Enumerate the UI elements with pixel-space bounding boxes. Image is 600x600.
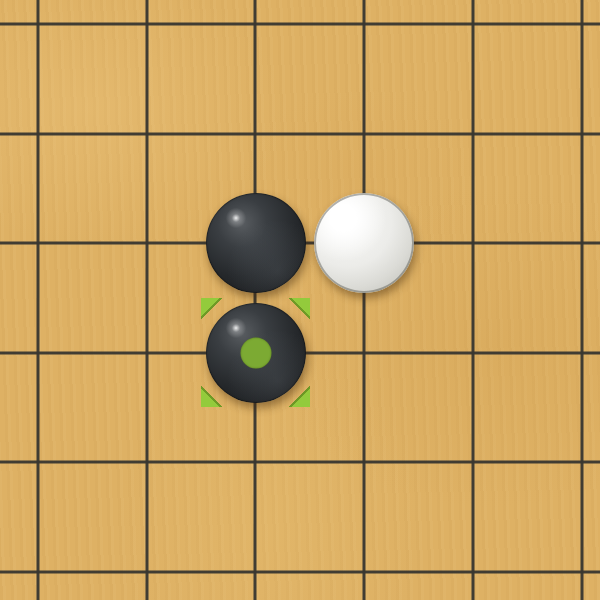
intersection[interactable] [419, 298, 528, 408]
intersection[interactable] [0, 407, 92, 517]
intersection[interactable] [201, 298, 310, 408]
intersection[interactable] [310, 0, 419, 79]
intersection[interactable] [527, 517, 600, 600]
go-board[interactable] [0, 0, 600, 600]
intersection[interactable] [201, 188, 310, 298]
white-stone [314, 193, 414, 293]
intersection[interactable] [419, 517, 528, 600]
intersection[interactable] [92, 298, 201, 408]
intersection[interactable] [92, 517, 201, 600]
intersection[interactable] [310, 79, 419, 189]
intersection[interactable] [527, 407, 600, 517]
intersection[interactable] [419, 79, 528, 189]
intersection[interactable] [201, 0, 310, 79]
intersection[interactable] [419, 0, 528, 79]
intersection[interactable] [310, 407, 419, 517]
intersection[interactable] [527, 298, 600, 408]
intersection[interactable] [419, 407, 528, 517]
intersection[interactable] [92, 0, 201, 79]
intersection[interactable] [201, 407, 310, 517]
intersection[interactable] [92, 407, 201, 517]
intersection[interactable] [92, 79, 201, 189]
intersection[interactable] [527, 188, 600, 298]
intersection[interactable] [527, 79, 600, 189]
intersection[interactable] [92, 188, 201, 298]
intersection[interactable] [419, 188, 528, 298]
intersection[interactable] [0, 298, 92, 408]
intersection[interactable] [0, 79, 92, 189]
last-move-dot [240, 337, 271, 368]
intersection[interactable] [310, 517, 419, 600]
black-stone [206, 193, 306, 293]
intersection[interactable] [0, 0, 92, 79]
intersection[interactable] [201, 79, 310, 189]
intersection[interactable] [0, 517, 92, 600]
intersection[interactable] [310, 188, 419, 298]
intersection[interactable] [310, 298, 419, 408]
intersection[interactable] [0, 188, 92, 298]
intersection[interactable] [201, 517, 310, 600]
intersection[interactable] [527, 0, 600, 79]
board-intersections [0, 0, 600, 600]
